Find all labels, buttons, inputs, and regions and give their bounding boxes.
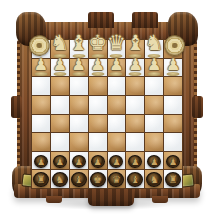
- square-c7[interactable]: ♟: [126, 152, 144, 170]
- square-f3[interactable]: [70, 77, 88, 95]
- square-a7[interactable]: ♟: [164, 152, 182, 170]
- square-h2[interactable]: ♟: [32, 59, 50, 77]
- square-c8[interactable]: ♝: [126, 170, 144, 188]
- piece-black-knight-glyph: ♞: [150, 174, 159, 185]
- square-b8[interactable]: ♞: [145, 170, 163, 188]
- square-g3[interactable]: [51, 77, 69, 95]
- square-h7[interactable]: ♟: [32, 152, 50, 170]
- piece-white-pawn[interactable]: ♟: [53, 57, 67, 73]
- square-e4[interactable]: [89, 96, 107, 114]
- square-h8[interactable]: ♜: [32, 170, 50, 188]
- piece-black-pawn-glyph: ♟: [37, 157, 45, 167]
- chess-set-photo: ♞♝♚♛♝♞♟♟♟♟♟♟♟♟♟♟♟♟♟♟♟♟♜♞♝♚♛♝♞♜: [0, 0, 214, 214]
- piece-white-knight[interactable]: ♞: [50, 33, 69, 54]
- piece-black-pawn-glyph: ♟: [169, 157, 177, 167]
- piece-black-pawn-glyph: ♟: [56, 157, 64, 167]
- square-b7[interactable]: ♟: [145, 152, 163, 170]
- piece-black-pawn[interactable]: ♟: [147, 155, 161, 168]
- square-g6[interactable]: [51, 133, 69, 151]
- square-g7[interactable]: ♟: [51, 152, 69, 170]
- square-e3[interactable]: [89, 77, 107, 95]
- square-c2[interactable]: ♟: [126, 59, 144, 77]
- piece-black-pawn-glyph: ♟: [112, 157, 120, 167]
- square-b5[interactable]: [145, 115, 163, 133]
- floor-shadow: [40, 200, 174, 210]
- piece-black-pawn[interactable]: ♟: [91, 155, 105, 168]
- piece-black-king-glyph: ♚: [93, 174, 102, 185]
- square-a8[interactable]: ♜: [164, 170, 182, 188]
- piece-black-bishop[interactable]: ♝: [127, 172, 143, 187]
- square-b2[interactable]: ♟: [145, 59, 163, 77]
- piece-white-pawn[interactable]: ♟: [147, 57, 161, 73]
- square-a4[interactable]: [164, 96, 182, 114]
- square-a2[interactable]: ♟: [164, 59, 182, 77]
- square-f7[interactable]: ♟: [70, 152, 88, 170]
- square-a6[interactable]: [164, 133, 182, 151]
- piece-white-pawn[interactable]: ♟: [128, 57, 142, 73]
- square-f5[interactable]: [70, 115, 88, 133]
- piece-white-pawn[interactable]: ♟: [166, 57, 180, 73]
- square-g2[interactable]: ♟: [51, 59, 69, 77]
- square-e5[interactable]: [89, 115, 107, 133]
- piece-black-pawn-glyph: ♟: [75, 157, 83, 167]
- piece-black-knight-glyph: ♞: [55, 174, 64, 185]
- square-b3[interactable]: [145, 77, 163, 95]
- square-d7[interactable]: ♟: [108, 152, 126, 170]
- square-f4[interactable]: [70, 96, 88, 114]
- piece-white-pawn[interactable]: ♟: [72, 57, 86, 73]
- piece-black-pawn[interactable]: ♟: [34, 155, 48, 168]
- square-g4[interactable]: [51, 96, 69, 114]
- square-h3[interactable]: [32, 77, 50, 95]
- piece-white-pawn[interactable]: ♟: [90, 57, 104, 73]
- piece-black-rook[interactable]: ♜: [165, 172, 181, 187]
- square-e8[interactable]: ♚: [89, 170, 107, 188]
- square-h5[interactable]: [32, 115, 50, 133]
- square-c4[interactable]: [126, 96, 144, 114]
- piece-black-pawn-glyph: ♟: [94, 157, 102, 167]
- piece-black-pawn-glyph: ♟: [150, 157, 158, 167]
- square-g5[interactable]: [51, 115, 69, 133]
- square-d6[interactable]: [108, 133, 126, 151]
- square-f2[interactable]: ♟: [70, 59, 88, 77]
- square-d4[interactable]: [108, 96, 126, 114]
- piece-black-queen[interactable]: ♛: [108, 172, 124, 187]
- square-e7[interactable]: ♟: [89, 152, 107, 170]
- piece-black-pawn[interactable]: ♟: [128, 155, 142, 168]
- square-e6[interactable]: [89, 133, 107, 151]
- piece-black-queen-glyph: ♛: [112, 174, 121, 185]
- piece-black-bishop-glyph: ♝: [74, 174, 83, 185]
- piece-black-pawn-glyph: ♟: [131, 157, 139, 167]
- square-c6[interactable]: [126, 133, 144, 151]
- piece-black-pawn[interactable]: ♟: [166, 155, 180, 168]
- square-g8[interactable]: ♞: [51, 170, 69, 188]
- square-b4[interactable]: [145, 96, 163, 114]
- frame-right-handle-tab: [192, 96, 203, 118]
- square-e2[interactable]: ♟: [89, 59, 107, 77]
- piece-black-pawn[interactable]: ♟: [72, 155, 86, 168]
- piece-black-bishop[interactable]: ♝: [71, 172, 87, 187]
- square-a3[interactable]: [164, 77, 182, 95]
- square-b6[interactable]: [145, 133, 163, 151]
- piece-black-king[interactable]: ♚: [90, 172, 106, 187]
- piece-white-bishop[interactable]: ♝: [126, 33, 145, 54]
- square-c3[interactable]: [126, 77, 144, 95]
- square-d5[interactable]: [108, 115, 126, 133]
- piece-black-rook-glyph: ♜: [169, 174, 178, 185]
- square-d8[interactable]: ♛: [108, 170, 126, 188]
- frame-top-crenellation-left: [88, 12, 114, 28]
- piece-white-bishop[interactable]: ♝: [69, 33, 88, 54]
- square-d2[interactable]: ♟: [108, 59, 126, 77]
- square-a5[interactable]: [164, 115, 182, 133]
- piece-black-knight[interactable]: ♞: [52, 172, 68, 187]
- square-h6[interactable]: [32, 133, 50, 151]
- square-c5[interactable]: [126, 115, 144, 133]
- piece-black-bishop-glyph: ♝: [131, 174, 140, 185]
- piece-white-pawn[interactable]: ♟: [109, 57, 123, 73]
- square-f8[interactable]: ♝: [70, 170, 88, 188]
- square-f6[interactable]: [70, 133, 88, 151]
- piece-white-queen[interactable]: ♛: [107, 33, 126, 54]
- chess-board: ♞♝♚♛♝♞♟♟♟♟♟♟♟♟♟♟♟♟♟♟♟♟♜♞♝♚♛♝♞♜: [31, 39, 183, 189]
- piece-black-rook[interactable]: ♜: [33, 172, 49, 187]
- piece-white-pawn[interactable]: ♟: [34, 57, 48, 73]
- piece-black-pawn[interactable]: ♟: [109, 155, 123, 168]
- square-d3[interactable]: [108, 77, 126, 95]
- frame-top-crenellation-right: [132, 12, 158, 28]
- frame-left-handle-tab: [11, 96, 22, 118]
- piece-black-rook-glyph: ♜: [36, 174, 45, 185]
- piece-white-knight[interactable]: ♞: [145, 33, 164, 54]
- piece-black-knight[interactable]: ♞: [146, 172, 162, 187]
- piece-white-king[interactable]: ♚: [88, 33, 107, 54]
- square-h4[interactable]: [32, 96, 50, 114]
- piece-black-pawn[interactable]: ♟: [53, 155, 67, 168]
